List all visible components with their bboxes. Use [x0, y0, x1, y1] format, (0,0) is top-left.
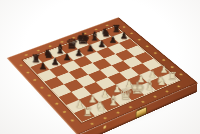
brass-clasp-icon — [135, 107, 147, 119]
square-b4 — [64, 79, 84, 91]
board-frame: ♜♞♝♛♚♝♞♜♟♟♟♟♟♟♟♟♟♟♟♟♟♟♟♟♜♞♝♛♚♝♞♜ — [7, 17, 198, 134]
white-rook: ♜ — [168, 71, 178, 82]
product-photo-scene: ♜♞♝♛♚♝♞♜♟♟♟♟♟♟♟♟♟♟♟♟♟♟♟♟♜♞♝♛♚♝♞♜ — [0, 0, 200, 134]
brass-pin-icon — [103, 125, 106, 130]
chess-board: ♜♞♝♛♚♝♞♜♟♟♟♟♟♟♟♟♟♟♟♟♟♟♟♟♜♞♝♛♚♝♞♜ — [7, 17, 198, 134]
